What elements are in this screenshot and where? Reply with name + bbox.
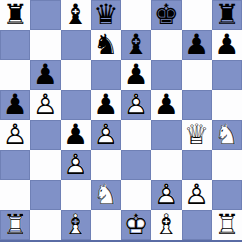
square-h5[interactable]	[212, 90, 242, 120]
piece-white-pawn[interactable]: ♟♙	[0, 120, 30, 150]
square-c4[interactable]: ♟	[61, 120, 91, 150]
piece-black-bishop[interactable]: ♝	[61, 0, 91, 30]
square-b2[interactable]	[30, 180, 60, 210]
piece-white-pawn[interactable]: ♟♙	[121, 90, 151, 120]
square-e1[interactable]: ♚♔	[121, 210, 151, 240]
white-piece-outline-glyph: ♙	[151, 180, 181, 210]
piece-white-knight[interactable]: ♞♘	[212, 120, 242, 150]
black-piece-glyph: ♜	[212, 0, 242, 30]
square-b6[interactable]: ♟	[30, 60, 60, 90]
piece-white-rook[interactable]: ♜♖	[212, 210, 242, 240]
square-a2[interactable]	[0, 180, 30, 210]
square-c5[interactable]	[61, 90, 91, 120]
white-piece-outline-glyph: ♕	[182, 120, 212, 150]
square-f5[interactable]: ♟	[151, 90, 181, 120]
square-g7[interactable]: ♟	[182, 30, 212, 60]
white-piece-outline-glyph: ♙	[121, 90, 151, 120]
white-piece-outline-glyph: ♔	[121, 210, 151, 240]
piece-black-bishop[interactable]: ♝	[121, 30, 151, 60]
square-h4[interactable]: ♞♘	[212, 120, 242, 150]
square-h3[interactable]	[212, 150, 242, 180]
square-h6[interactable]	[212, 60, 242, 90]
square-d6[interactable]	[91, 60, 121, 90]
piece-white-bishop[interactable]: ♝♗	[61, 210, 91, 240]
square-d7[interactable]: ♞	[91, 30, 121, 60]
black-piece-glyph: ♟	[0, 90, 30, 120]
square-d8[interactable]: ♛	[91, 0, 121, 30]
black-piece-glyph: ♟	[151, 90, 181, 120]
square-g1[interactable]	[182, 210, 212, 240]
square-h2[interactable]	[212, 180, 242, 210]
piece-black-pawn[interactable]: ♟	[212, 30, 242, 60]
square-e7[interactable]: ♝	[121, 30, 151, 60]
piece-black-pawn[interactable]: ♟	[61, 120, 91, 150]
piece-white-pawn[interactable]: ♟♙	[91, 120, 121, 150]
white-piece-outline-glyph: ♖	[0, 210, 30, 240]
black-piece-glyph: ♝	[121, 30, 151, 60]
piece-white-pawn[interactable]: ♟♙	[151, 180, 181, 210]
piece-black-queen[interactable]: ♛	[91, 0, 121, 30]
square-a8[interactable]: ♜	[0, 0, 30, 30]
square-a5[interactable]: ♟	[0, 90, 30, 120]
square-b7[interactable]	[30, 30, 60, 60]
square-e4[interactable]	[121, 120, 151, 150]
square-c6[interactable]	[61, 60, 91, 90]
square-c3[interactable]: ♟♙	[61, 150, 91, 180]
piece-black-pawn[interactable]: ♟	[91, 90, 121, 120]
square-c1[interactable]: ♝♗	[61, 210, 91, 240]
square-b3[interactable]	[30, 150, 60, 180]
piece-white-pawn[interactable]: ♟♙	[182, 180, 212, 210]
square-d1[interactable]	[91, 210, 121, 240]
square-f4[interactable]	[151, 120, 181, 150]
piece-white-bishop[interactable]: ♝♗	[151, 210, 181, 240]
white-piece-outline-glyph: ♙	[30, 90, 60, 120]
square-d3[interactable]	[91, 150, 121, 180]
white-piece-outline-glyph: ♗	[151, 210, 181, 240]
square-g5[interactable]	[182, 90, 212, 120]
black-piece-glyph: ♟	[91, 90, 121, 120]
square-e5[interactable]: ♟♙	[121, 90, 151, 120]
piece-black-pawn[interactable]: ♟	[151, 90, 181, 120]
white-piece-outline-glyph: ♘	[91, 180, 121, 210]
square-a3[interactable]	[0, 150, 30, 180]
square-f1[interactable]: ♝♗	[151, 210, 181, 240]
square-b8[interactable]	[30, 0, 60, 30]
black-piece-glyph: ♟	[121, 60, 151, 90]
piece-black-pawn[interactable]: ♟	[182, 30, 212, 60]
white-piece-outline-glyph: ♗	[61, 210, 91, 240]
square-e2[interactable]	[121, 180, 151, 210]
white-piece-outline-glyph: ♙	[0, 120, 30, 150]
square-g8[interactable]	[182, 0, 212, 30]
square-c2[interactable]	[61, 180, 91, 210]
square-d4[interactable]: ♟♙	[91, 120, 121, 150]
square-g3[interactable]	[182, 150, 212, 180]
white-piece-outline-glyph: ♘	[212, 120, 242, 150]
square-h7[interactable]: ♟	[212, 30, 242, 60]
piece-white-rook[interactable]: ♜♖	[0, 210, 30, 240]
square-f6[interactable]	[151, 60, 181, 90]
square-f8[interactable]: ♚	[151, 0, 181, 30]
square-d2[interactable]: ♞♘	[91, 180, 121, 210]
square-f3[interactable]	[151, 150, 181, 180]
square-a4[interactable]: ♟♙	[0, 120, 30, 150]
black-piece-glyph: ♜	[0, 0, 30, 30]
piece-black-knight[interactable]: ♞	[91, 30, 121, 60]
white-piece-outline-glyph: ♖	[212, 210, 242, 240]
square-a6[interactable]	[0, 60, 30, 90]
black-piece-glyph: ♟	[61, 120, 91, 150]
square-a1[interactable]: ♜♖	[0, 210, 30, 240]
piece-white-queen[interactable]: ♛♕	[182, 120, 212, 150]
square-h1[interactable]: ♜♖	[212, 210, 242, 240]
black-piece-glyph: ♝	[61, 0, 91, 30]
square-e8[interactable]	[121, 0, 151, 30]
piece-black-pawn[interactable]: ♟	[121, 60, 151, 90]
black-piece-glyph: ♟	[30, 60, 60, 90]
white-piece-outline-glyph: ♙	[61, 150, 91, 180]
square-g4[interactable]: ♛♕	[182, 120, 212, 150]
piece-black-rook[interactable]: ♜	[0, 0, 30, 30]
square-d5[interactable]: ♟	[91, 90, 121, 120]
white-piece-outline-glyph: ♙	[91, 120, 121, 150]
black-piece-glyph: ♟	[212, 30, 242, 60]
square-b1[interactable]	[30, 210, 60, 240]
square-c8[interactable]: ♝	[61, 0, 91, 30]
square-h8[interactable]: ♜	[212, 0, 242, 30]
piece-black-rook[interactable]: ♜	[212, 0, 242, 30]
black-piece-glyph: ♞	[91, 30, 121, 60]
square-e6[interactable]: ♟	[121, 60, 151, 90]
piece-black-pawn[interactable]: ♟	[0, 90, 30, 120]
square-g2[interactable]: ♟♙	[182, 180, 212, 210]
black-piece-glyph: ♚	[151, 0, 181, 30]
square-g6[interactable]	[182, 60, 212, 90]
piece-white-king[interactable]: ♚♔	[121, 210, 151, 240]
piece-black-pawn[interactable]: ♟	[30, 60, 60, 90]
black-piece-glyph: ♛	[91, 0, 121, 30]
square-b4[interactable]	[30, 120, 60, 150]
black-piece-glyph: ♟	[182, 30, 212, 60]
square-a7[interactable]	[0, 30, 30, 60]
square-e3[interactable]	[121, 150, 151, 180]
square-b5[interactable]: ♟♙	[30, 90, 60, 120]
square-f2[interactable]: ♟♙	[151, 180, 181, 210]
white-piece-outline-glyph: ♙	[182, 180, 212, 210]
piece-white-pawn[interactable]: ♟♙	[30, 90, 60, 120]
square-c7[interactable]	[61, 30, 91, 60]
piece-white-knight[interactable]: ♞♘	[91, 180, 121, 210]
piece-black-king[interactable]: ♚	[151, 0, 181, 30]
chess-board: ♜♝♛♚♜♞♝♟♟♟♟♟♟♙♟♟♙♟♟♙♟♟♙♛♕♞♘♟♙♞♘♟♙♟♙♜♖♝♗♚…	[0, 0, 242, 242]
square-f7[interactable]	[151, 30, 181, 60]
piece-white-pawn[interactable]: ♟♙	[61, 150, 91, 180]
